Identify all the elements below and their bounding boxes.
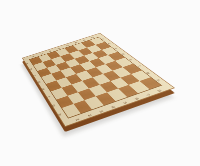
file-label: c: [33, 74, 37, 76]
file-label: f: [47, 96, 51, 98]
file-label: c: [115, 48, 119, 50]
rank-label: 8: [157, 89, 163, 92]
file-label: e: [42, 88, 46, 91]
file-label: a: [26, 62, 30, 64]
rank-label: 5: [122, 101, 128, 104]
file-label: h: [58, 113, 63, 116]
file-label: h: [156, 79, 162, 82]
chess-board: aa88bb77cc66dd55ee44ff33gg22hh11: [22, 33, 175, 127]
file-label: e: [129, 59, 134, 61]
file-label: a: [102, 38, 106, 40]
file-label: b: [30, 68, 34, 70]
rank-label: 2: [87, 114, 92, 117]
rank-label: 4: [111, 105, 117, 108]
file-label: g: [146, 71, 151, 74]
file-label: b: [108, 43, 112, 45]
rank-label: 3: [99, 110, 104, 113]
product-photo: aa88bb77cc66dd55ee44ff33gg22hh11: [0, 0, 200, 166]
file-label: f: [138, 65, 142, 67]
file-label: d: [38, 81, 42, 83]
rank-label: 1: [75, 118, 80, 121]
rank-label: 7: [145, 93, 151, 96]
file-label: g: [52, 104, 57, 107]
file-label: d: [121, 53, 125, 55]
rank-label: 6: [134, 97, 140, 100]
